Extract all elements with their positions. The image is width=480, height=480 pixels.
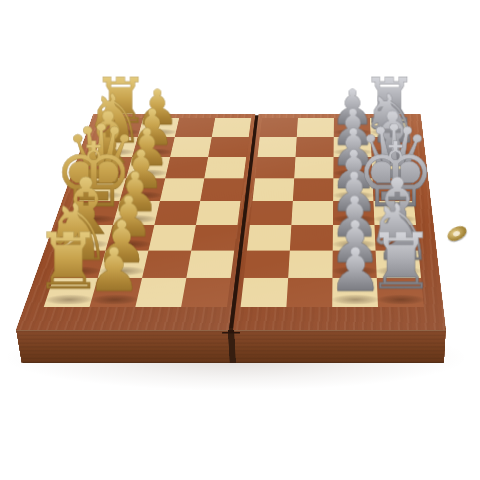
square-b5	[257, 137, 296, 157]
playing-squares-right	[241, 118, 424, 307]
square-c6	[294, 157, 333, 178]
square-c2	[126, 157, 170, 178]
square-d6	[293, 178, 334, 201]
square-g3	[142, 251, 191, 278]
box-front-face-right	[234, 330, 446, 363]
square-h2	[90, 278, 143, 307]
square-b7	[334, 137, 372, 157]
square-d2	[120, 178, 166, 201]
square-g8	[376, 251, 421, 278]
square-a3	[175, 118, 215, 137]
square-e6	[291, 201, 333, 225]
box-front-face-left	[16, 330, 230, 363]
square-f6	[290, 225, 333, 251]
square-b3	[170, 137, 212, 157]
square-g4	[186, 251, 234, 278]
square-e5	[250, 201, 293, 225]
square-e1	[71, 201, 119, 225]
square-c8	[372, 157, 412, 178]
square-b8	[371, 137, 410, 157]
square-a7	[334, 118, 371, 137]
square-h6	[286, 278, 332, 307]
square-f5	[247, 225, 291, 251]
square-g5	[244, 251, 290, 278]
square-c4	[204, 157, 246, 178]
square-f3	[148, 225, 195, 251]
square-f7	[333, 225, 376, 251]
square-f1	[63, 225, 113, 251]
square-d3	[160, 178, 204, 201]
square-c1	[87, 157, 132, 178]
square-d4	[200, 178, 243, 201]
square-e4	[196, 201, 241, 225]
square-e3	[154, 201, 200, 225]
square-b4	[208, 137, 249, 157]
square-d1	[79, 178, 126, 201]
square-c5	[255, 157, 295, 178]
square-a6	[297, 118, 334, 137]
square-h3	[135, 278, 186, 307]
square-e7	[333, 201, 375, 225]
square-d7	[333, 178, 373, 201]
square-a1	[101, 118, 143, 137]
board-half-right	[233, 114, 446, 330]
square-e8	[373, 201, 416, 225]
board-world: ♜♟♟♜♞♟♟♞♝♟♟♝♛♟♟♛♚♟♟♚♝♟♟♝♞♟♟♞♜♟♟♜	[16, 114, 446, 330]
square-c7	[333, 157, 372, 178]
square-a8	[370, 118, 408, 137]
square-g6	[288, 251, 333, 278]
square-a4	[212, 118, 251, 137]
square-c3	[165, 157, 208, 178]
chess-set-photo-scene: ♜♟♟♜♞♟♟♞♝♟♟♝♛♟♟♛♚♟♟♚♝♟♟♝♞♟♟♞♜♟♟♜	[0, 0, 480, 480]
square-g7	[332, 251, 376, 278]
square-d8	[372, 178, 413, 201]
square-d5	[253, 178, 295, 201]
square-e2	[113, 201, 160, 225]
square-a2	[138, 118, 179, 137]
square-b6	[296, 137, 334, 157]
square-b2	[132, 137, 175, 157]
square-h7	[332, 278, 378, 307]
square-f8	[374, 225, 418, 251]
square-h5	[241, 278, 289, 307]
square-h4	[181, 278, 231, 307]
square-a5	[260, 118, 298, 137]
square-g2	[98, 251, 149, 278]
square-f2	[106, 225, 155, 251]
square-h8	[377, 278, 424, 307]
square-f4	[191, 225, 237, 251]
square-b1	[94, 137, 138, 157]
